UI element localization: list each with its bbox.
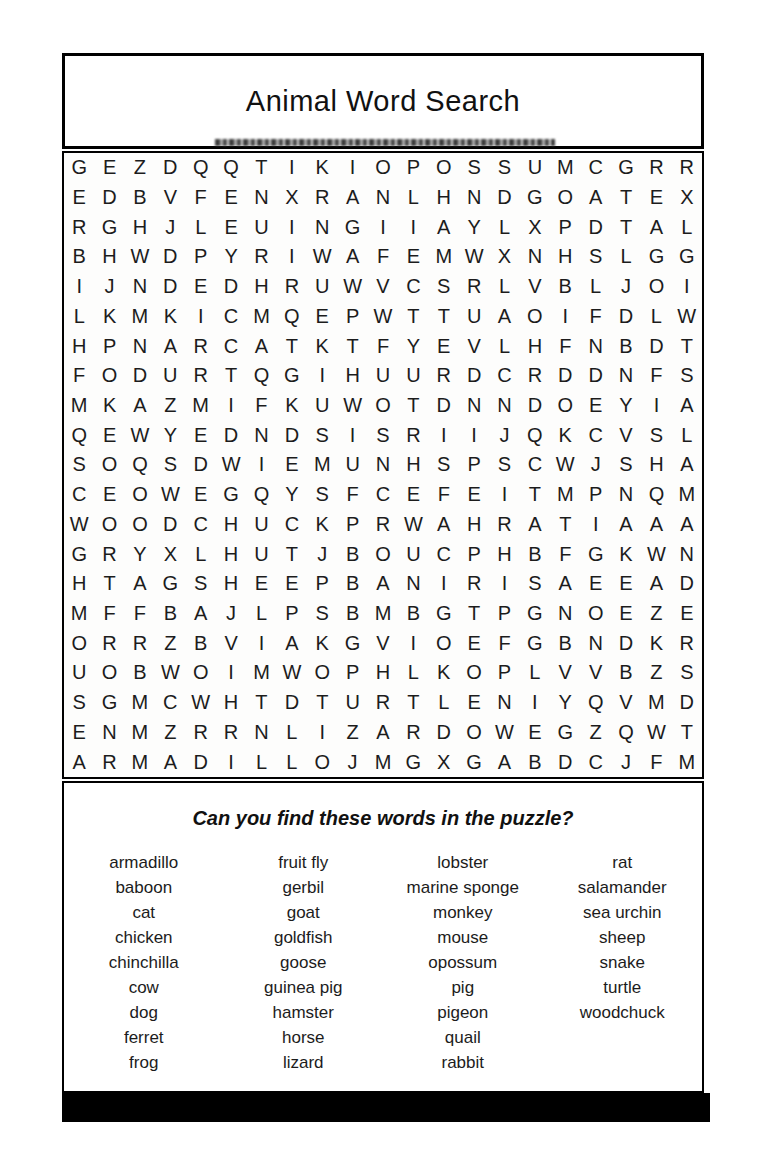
grid-cell[interactable]: R	[398, 718, 428, 748]
grid-cell[interactable]: H	[216, 569, 246, 599]
grid-cell[interactable]: G	[64, 539, 94, 569]
grid-cell[interactable]: I	[307, 361, 337, 391]
grid-cell[interactable]: D	[520, 391, 550, 421]
grid-cell[interactable]: D	[459, 361, 489, 391]
grid-cell[interactable]: W	[398, 510, 428, 540]
grid-cell[interactable]: B	[186, 628, 216, 658]
grid-cell[interactable]: G	[459, 747, 489, 777]
grid-cell[interactable]: C	[580, 420, 610, 450]
grid-cell[interactable]: Y	[459, 212, 489, 242]
grid-cell[interactable]: E	[307, 302, 337, 332]
grid-cell[interactable]: E	[611, 569, 641, 599]
grid-cell[interactable]: F	[186, 183, 216, 213]
grid-cell[interactable]: E	[64, 718, 94, 748]
grid-cell[interactable]: K	[94, 391, 124, 421]
grid-cell[interactable]: A	[672, 450, 702, 480]
grid-cell[interactable]: O	[429, 628, 459, 658]
grid-cell[interactable]: L	[277, 747, 307, 777]
grid-cell[interactable]: E	[611, 599, 641, 629]
grid-cell[interactable]: S	[672, 361, 702, 391]
grid-cell[interactable]: D	[550, 747, 580, 777]
grid-cell[interactable]: R	[94, 747, 124, 777]
grid-cell[interactable]: B	[125, 183, 155, 213]
grid-cell[interactable]: B	[337, 569, 367, 599]
grid-cell[interactable]: R	[368, 510, 398, 540]
grid-cell[interactable]: B	[550, 272, 580, 302]
grid-cell[interactable]: I	[246, 450, 276, 480]
grid-cell[interactable]: B	[611, 331, 641, 361]
grid-cell[interactable]: D	[611, 628, 641, 658]
grid-cell[interactable]: X	[489, 242, 519, 272]
grid-cell[interactable]: W	[489, 718, 519, 748]
grid-cell[interactable]: R	[246, 242, 276, 272]
grid-cell[interactable]: I	[520, 688, 550, 718]
grid-cell[interactable]: Y	[125, 539, 155, 569]
grid-cell[interactable]: Q	[641, 480, 671, 510]
grid-cell[interactable]: A	[64, 747, 94, 777]
grid-cell[interactable]: H	[520, 331, 550, 361]
grid-cell[interactable]: Z	[641, 658, 671, 688]
grid-cell[interactable]: G	[580, 539, 610, 569]
grid-cell[interactable]: W	[155, 480, 185, 510]
grid-cell[interactable]: U	[246, 510, 276, 540]
grid-cell[interactable]: R	[186, 718, 216, 748]
grid-cell[interactable]: T	[398, 302, 428, 332]
grid-cell[interactable]: D	[277, 420, 307, 450]
grid-cell[interactable]: B	[550, 628, 580, 658]
grid-cell[interactable]: L	[64, 302, 94, 332]
grid-cell[interactable]: C	[520, 450, 550, 480]
grid-cell[interactable]: S	[155, 450, 185, 480]
grid-cell[interactable]: P	[186, 242, 216, 272]
grid-cell[interactable]: N	[125, 331, 155, 361]
grid-cell[interactable]: S	[580, 242, 610, 272]
grid-cell[interactable]: M	[64, 599, 94, 629]
grid-cell[interactable]: A	[155, 747, 185, 777]
grid-cell[interactable]: I	[337, 153, 367, 183]
grid-cell[interactable]: K	[611, 539, 641, 569]
grid-cell[interactable]: O	[186, 658, 216, 688]
grid-cell[interactable]: A	[125, 391, 155, 421]
grid-cell[interactable]: V	[368, 628, 398, 658]
grid-cell[interactable]: I	[277, 242, 307, 272]
grid-cell[interactable]: R	[429, 361, 459, 391]
grid-cell[interactable]: P	[489, 658, 519, 688]
grid-cell[interactable]: E	[94, 153, 124, 183]
grid-cell[interactable]: V	[459, 331, 489, 361]
grid-cell[interactable]: J	[489, 420, 519, 450]
grid-cell[interactable]: V	[611, 420, 641, 450]
grid-cell[interactable]: K	[94, 302, 124, 332]
grid-cell[interactable]: U	[459, 302, 489, 332]
grid-cell[interactable]: P	[94, 331, 124, 361]
grid-cell[interactable]: H	[125, 212, 155, 242]
grid-cell[interactable]: O	[368, 391, 398, 421]
grid-cell[interactable]: F	[368, 331, 398, 361]
grid-cell[interactable]: O	[94, 510, 124, 540]
grid-cell[interactable]: D	[580, 212, 610, 242]
grid-cell[interactable]: I	[489, 480, 519, 510]
grid-cell[interactable]: I	[307, 718, 337, 748]
grid-cell[interactable]: T	[520, 480, 550, 510]
grid-cell[interactable]: I	[489, 569, 519, 599]
grid-cell[interactable]: W	[641, 539, 671, 569]
grid-cell[interactable]: G	[155, 569, 185, 599]
grid-cell[interactable]: L	[246, 599, 276, 629]
grid-cell[interactable]: H	[64, 331, 94, 361]
grid-cell[interactable]: T	[337, 331, 367, 361]
grid-cell[interactable]: C	[216, 331, 246, 361]
grid-cell[interactable]: O	[550, 391, 580, 421]
grid-cell[interactable]: I	[459, 420, 489, 450]
grid-cell[interactable]: N	[246, 420, 276, 450]
grid-cell[interactable]: O	[307, 747, 337, 777]
grid-cell[interactable]: I	[398, 212, 428, 242]
grid-cell[interactable]: F	[368, 242, 398, 272]
grid-cell[interactable]: Q	[125, 450, 155, 480]
grid-cell[interactable]: E	[64, 183, 94, 213]
grid-cell[interactable]: V	[155, 183, 185, 213]
grid-cell[interactable]: C	[368, 480, 398, 510]
grid-cell[interactable]: R	[216, 718, 246, 748]
grid-cell[interactable]: J	[580, 450, 610, 480]
grid-cell[interactable]: S	[307, 599, 337, 629]
grid-cell[interactable]: G	[277, 361, 307, 391]
grid-cell[interactable]: P	[337, 658, 367, 688]
grid-cell[interactable]: W	[337, 391, 367, 421]
grid-cell[interactable]: N	[580, 331, 610, 361]
grid-cell[interactable]: R	[672, 628, 702, 658]
grid-cell[interactable]: A	[125, 569, 155, 599]
grid-cell[interactable]: H	[64, 569, 94, 599]
grid-cell[interactable]: G	[550, 718, 580, 748]
grid-cell[interactable]: R	[307, 183, 337, 213]
grid-cell[interactable]: R	[520, 361, 550, 391]
grid-cell[interactable]: D	[429, 718, 459, 748]
grid-cell[interactable]: C	[489, 361, 519, 391]
grid-cell[interactable]: T	[246, 153, 276, 183]
grid-cell[interactable]: K	[277, 391, 307, 421]
grid-cell[interactable]: F	[580, 302, 610, 332]
grid-cell[interactable]: W	[186, 688, 216, 718]
grid-cell[interactable]: A	[337, 242, 367, 272]
grid-cell[interactable]: E	[94, 420, 124, 450]
grid-cell[interactable]: A	[641, 212, 671, 242]
grid-cell[interactable]: U	[398, 361, 428, 391]
grid-cell[interactable]: X	[429, 747, 459, 777]
grid-cell[interactable]: G	[520, 183, 550, 213]
grid-cell[interactable]: F	[64, 361, 94, 391]
grid-cell[interactable]: L	[246, 747, 276, 777]
grid-cell[interactable]: D	[186, 747, 216, 777]
grid-cell[interactable]: G	[216, 480, 246, 510]
grid-cell[interactable]: L	[489, 212, 519, 242]
grid-cell[interactable]: L	[672, 420, 702, 450]
grid-cell[interactable]: N	[489, 391, 519, 421]
grid-cell[interactable]: T	[459, 599, 489, 629]
grid-cell[interactable]: M	[672, 480, 702, 510]
grid-cell[interactable]: D	[94, 183, 124, 213]
grid-cell[interactable]: T	[398, 688, 428, 718]
grid-cell[interactable]: R	[125, 628, 155, 658]
grid-cell[interactable]: P	[459, 539, 489, 569]
grid-cell[interactable]: G	[520, 599, 550, 629]
grid-cell[interactable]: M	[672, 747, 702, 777]
grid-cell[interactable]: Z	[155, 718, 185, 748]
grid-cell[interactable]: R	[489, 510, 519, 540]
grid-cell[interactable]: G	[641, 242, 671, 272]
grid-cell[interactable]: G	[398, 747, 428, 777]
grid-cell[interactable]: F	[489, 628, 519, 658]
grid-cell[interactable]: M	[246, 302, 276, 332]
grid-cell[interactable]: G	[611, 153, 641, 183]
grid-cell[interactable]: R	[398, 420, 428, 450]
grid-cell[interactable]: E	[277, 569, 307, 599]
grid-cell[interactable]: M	[186, 391, 216, 421]
grid-cell[interactable]: P	[337, 302, 367, 332]
grid-cell[interactable]: O	[125, 480, 155, 510]
grid-cell[interactable]: W	[277, 658, 307, 688]
grid-cell[interactable]: F	[550, 331, 580, 361]
grid-cell[interactable]: D	[611, 302, 641, 332]
grid-cell[interactable]: O	[125, 510, 155, 540]
grid-cell[interactable]: A	[489, 747, 519, 777]
grid-cell[interactable]: W	[125, 242, 155, 272]
grid-cell[interactable]: L	[520, 658, 550, 688]
grid-cell[interactable]: F	[246, 391, 276, 421]
grid-cell[interactable]: Y	[155, 420, 185, 450]
grid-cell[interactable]: A	[155, 331, 185, 361]
grid-cell[interactable]: L	[429, 688, 459, 718]
grid-cell[interactable]: P	[307, 569, 337, 599]
grid-cell[interactable]: H	[489, 539, 519, 569]
grid-cell[interactable]: C	[429, 539, 459, 569]
grid-cell[interactable]: A	[186, 599, 216, 629]
grid-cell[interactable]: V	[368, 272, 398, 302]
grid-cell[interactable]: T	[672, 718, 702, 748]
grid-cell[interactable]: U	[155, 361, 185, 391]
grid-cell[interactable]: M	[550, 153, 580, 183]
grid-cell[interactable]: W	[672, 302, 702, 332]
grid-cell[interactable]: B	[155, 599, 185, 629]
grid-cell[interactable]: D	[125, 361, 155, 391]
grid-cell[interactable]: Q	[246, 480, 276, 510]
grid-cell[interactable]: A	[580, 183, 610, 213]
grid-cell[interactable]: S	[459, 153, 489, 183]
grid-cell[interactable]: S	[368, 420, 398, 450]
grid-cell[interactable]: D	[277, 688, 307, 718]
grid-cell[interactable]: E	[580, 569, 610, 599]
grid-cell[interactable]: L	[489, 272, 519, 302]
grid-cell[interactable]: U	[337, 450, 367, 480]
grid-cell[interactable]: Q	[520, 420, 550, 450]
grid-cell[interactable]: F	[641, 361, 671, 391]
grid-cell[interactable]: D	[672, 569, 702, 599]
grid-cell[interactable]: H	[337, 361, 367, 391]
grid-cell[interactable]: D	[641, 331, 671, 361]
grid-cell[interactable]: T	[550, 510, 580, 540]
grid-cell[interactable]: E	[672, 599, 702, 629]
grid-cell[interactable]: N	[368, 183, 398, 213]
grid-cell[interactable]: F	[337, 480, 367, 510]
grid-cell[interactable]: K	[307, 510, 337, 540]
grid-cell[interactable]: Z	[337, 718, 367, 748]
grid-cell[interactable]: B	[337, 599, 367, 629]
grid-cell[interactable]: O	[94, 361, 124, 391]
grid-cell[interactable]: B	[125, 658, 155, 688]
grid-cell[interactable]: V	[520, 272, 550, 302]
grid-cell[interactable]: M	[429, 242, 459, 272]
grid-cell[interactable]: G	[94, 688, 124, 718]
grid-cell[interactable]: A	[641, 569, 671, 599]
grid-cell[interactable]: Q	[611, 718, 641, 748]
grid-cell[interactable]: D	[489, 183, 519, 213]
grid-cell[interactable]: T	[246, 688, 276, 718]
grid-cell[interactable]: K	[429, 658, 459, 688]
grid-cell[interactable]: L	[186, 212, 216, 242]
grid-cell[interactable]: W	[307, 242, 337, 272]
grid-cell[interactable]: W	[155, 658, 185, 688]
grid-cell[interactable]: Q	[277, 302, 307, 332]
grid-cell[interactable]: N	[550, 599, 580, 629]
grid-cell[interactable]: M	[125, 747, 155, 777]
grid-cell[interactable]: U	[246, 539, 276, 569]
grid-cell[interactable]: M	[125, 302, 155, 332]
grid-cell[interactable]: M	[368, 747, 398, 777]
grid-cell[interactable]: O	[429, 153, 459, 183]
grid-cell[interactable]: S	[672, 658, 702, 688]
grid-cell[interactable]: J	[94, 272, 124, 302]
grid-cell[interactable]: B	[520, 539, 550, 569]
grid-cell[interactable]: T	[216, 361, 246, 391]
grid-cell[interactable]: W	[459, 242, 489, 272]
grid-cell[interactable]: I	[216, 747, 246, 777]
grid-cell[interactable]: E	[186, 272, 216, 302]
grid-cell[interactable]: T	[307, 688, 337, 718]
grid-cell[interactable]: I	[216, 658, 246, 688]
grid-cell[interactable]: A	[672, 510, 702, 540]
grid-cell[interactable]: S	[429, 450, 459, 480]
grid-cell[interactable]: A	[429, 212, 459, 242]
grid-cell[interactable]: E	[459, 480, 489, 510]
grid-cell[interactable]: X	[155, 539, 185, 569]
grid-cell[interactable]: U	[337, 688, 367, 718]
grid-cell[interactable]: W	[216, 450, 246, 480]
grid-cell[interactable]: N	[672, 539, 702, 569]
grid-cell[interactable]: T	[672, 331, 702, 361]
grid-cell[interactable]: M	[125, 688, 155, 718]
grid-cell[interactable]: C	[216, 302, 246, 332]
grid-cell[interactable]: A	[672, 391, 702, 421]
grid-cell[interactable]: S	[64, 688, 94, 718]
grid-cell[interactable]: N	[489, 688, 519, 718]
grid-cell[interactable]: O	[94, 450, 124, 480]
grid-cell[interactable]: E	[398, 480, 428, 510]
grid-cell[interactable]: D	[155, 153, 185, 183]
grid-cell[interactable]: I	[64, 272, 94, 302]
grid-cell[interactable]: Z	[580, 718, 610, 748]
grid-cell[interactable]: H	[398, 450, 428, 480]
grid-cell[interactable]: T	[611, 183, 641, 213]
grid-cell[interactable]: D	[155, 242, 185, 272]
grid-cell[interactable]: A	[641, 510, 671, 540]
grid-cell[interactable]: G	[64, 153, 94, 183]
grid-cell[interactable]: K	[155, 302, 185, 332]
grid-cell[interactable]: R	[94, 539, 124, 569]
grid-cell[interactable]: B	[611, 658, 641, 688]
grid-cell[interactable]: G	[520, 628, 550, 658]
grid-cell[interactable]: E	[459, 628, 489, 658]
grid-cell[interactable]: S	[489, 450, 519, 480]
grid-cell[interactable]: K	[641, 628, 671, 658]
grid-cell[interactable]: H	[216, 539, 246, 569]
grid-cell[interactable]: Z	[155, 391, 185, 421]
grid-cell[interactable]: Q	[186, 153, 216, 183]
grid-cell[interactable]: E	[186, 420, 216, 450]
grid-cell[interactable]: W	[368, 302, 398, 332]
grid-cell[interactable]: V	[580, 658, 610, 688]
grid-cell[interactable]: O	[520, 302, 550, 332]
grid-cell[interactable]: H	[429, 183, 459, 213]
grid-cell[interactable]: O	[307, 658, 337, 688]
grid-cell[interactable]: A	[489, 302, 519, 332]
grid-cell[interactable]: A	[429, 510, 459, 540]
grid-cell[interactable]: D	[580, 361, 610, 391]
grid-cell[interactable]: J	[216, 599, 246, 629]
grid-cell[interactable]: W	[550, 450, 580, 480]
grid-cell[interactable]: T	[611, 212, 641, 242]
grid-cell[interactable]: W	[125, 420, 155, 450]
grid-cell[interactable]: Q	[64, 420, 94, 450]
grid-cell[interactable]: A	[368, 569, 398, 599]
grid-cell[interactable]: N	[125, 272, 155, 302]
grid-cell[interactable]: H	[550, 242, 580, 272]
grid-cell[interactable]: R	[368, 688, 398, 718]
grid-cell[interactable]: S	[520, 569, 550, 599]
grid-cell[interactable]: U	[520, 153, 550, 183]
grid-cell[interactable]: U	[246, 212, 276, 242]
grid-cell[interactable]: D	[550, 361, 580, 391]
grid-cell[interactable]: B	[64, 242, 94, 272]
grid-cell[interactable]: I	[580, 510, 610, 540]
grid-cell[interactable]: U	[307, 272, 337, 302]
grid-cell[interactable]: E	[94, 480, 124, 510]
grid-cell[interactable]: C	[64, 480, 94, 510]
grid-cell[interactable]: S	[307, 480, 337, 510]
grid-cell[interactable]: S	[641, 420, 671, 450]
grid-cell[interactable]: D	[429, 391, 459, 421]
grid-cell[interactable]: P	[550, 212, 580, 242]
grid-cell[interactable]: O	[459, 718, 489, 748]
grid-cell[interactable]: I	[641, 391, 671, 421]
grid-cell[interactable]: L	[672, 212, 702, 242]
grid-cell[interactable]: R	[641, 153, 671, 183]
grid-cell[interactable]: O	[580, 599, 610, 629]
grid-cell[interactable]: O	[94, 658, 124, 688]
grid-cell[interactable]: R	[459, 272, 489, 302]
grid-cell[interactable]: U	[64, 658, 94, 688]
grid-cell[interactable]: K	[550, 420, 580, 450]
grid-cell[interactable]: I	[246, 628, 276, 658]
grid-cell[interactable]: X	[277, 183, 307, 213]
grid-cell[interactable]: O	[550, 183, 580, 213]
grid-cell[interactable]: Y	[611, 391, 641, 421]
grid-cell[interactable]: S	[307, 420, 337, 450]
grid-cell[interactable]: A	[368, 718, 398, 748]
grid-cell[interactable]: I	[550, 302, 580, 332]
grid-cell[interactable]: C	[155, 688, 185, 718]
grid-cell[interactable]: E	[216, 212, 246, 242]
